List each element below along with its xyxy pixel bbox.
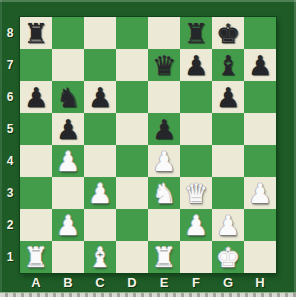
square-f7[interactable]: ♟ — [180, 49, 212, 81]
piece-black-bishop: ♝ — [212, 49, 244, 81]
square-g5[interactable] — [212, 113, 244, 145]
square-g3[interactable] — [212, 177, 244, 209]
square-a2[interactable] — [20, 209, 52, 241]
square-c5[interactable] — [84, 113, 116, 145]
piece-black-pawn: ♟ — [20, 81, 52, 113]
bottom-border-strip — [0, 292, 296, 297]
file-label-B: B — [52, 273, 84, 293]
rank-label-3: 3 — [0, 177, 20, 209]
file-label-F: F — [180, 273, 212, 293]
square-h2[interactable] — [244, 209, 276, 241]
square-g6[interactable]: ♟ — [212, 81, 244, 113]
square-g1[interactable]: ♚ — [212, 241, 244, 273]
square-a8[interactable]: ♜ — [20, 17, 52, 49]
square-f6[interactable] — [180, 81, 212, 113]
file-label-A: A — [20, 273, 52, 293]
file-label-G: G — [212, 273, 244, 293]
file-label-D: D — [116, 273, 148, 293]
square-e7[interactable]: ♛ — [148, 49, 180, 81]
square-c7[interactable] — [84, 49, 116, 81]
square-h8[interactable] — [244, 17, 276, 49]
board-frame: 87654321 ♜♜♚♛♟♝♟♟♞♟♟♟♟♟♟♟♞♛♟♟♟♟♜♝♜♚ ABCD… — [0, 0, 296, 297]
square-a1[interactable]: ♜ — [20, 241, 52, 273]
rank-label-4: 4 — [0, 145, 20, 177]
square-f4[interactable] — [180, 145, 212, 177]
square-f2[interactable]: ♟ — [180, 209, 212, 241]
file-label-E: E — [148, 273, 180, 293]
square-e1[interactable]: ♜ — [148, 241, 180, 273]
square-f5[interactable] — [180, 113, 212, 145]
file-labels: ABCDEFGH — [20, 273, 276, 293]
rank-label-2: 2 — [0, 209, 20, 241]
square-e4[interactable]: ♟ — [148, 145, 180, 177]
square-f3[interactable]: ♛ — [180, 177, 212, 209]
piece-white-pawn: ♟ — [180, 209, 212, 241]
square-c8[interactable] — [84, 17, 116, 49]
piece-white-knight: ♞ — [148, 177, 180, 209]
piece-black-pawn: ♟ — [244, 49, 276, 81]
square-h7[interactable]: ♟ — [244, 49, 276, 81]
file-label-H: H — [244, 273, 276, 293]
piece-white-pawn: ♟ — [52, 209, 84, 241]
square-e5[interactable]: ♟ — [148, 113, 180, 145]
square-d4[interactable] — [116, 145, 148, 177]
square-d1[interactable] — [116, 241, 148, 273]
square-a4[interactable] — [20, 145, 52, 177]
square-d8[interactable] — [116, 17, 148, 49]
square-a5[interactable] — [20, 113, 52, 145]
piece-black-pawn: ♟ — [148, 113, 180, 145]
square-e3[interactable]: ♞ — [148, 177, 180, 209]
square-h5[interactable] — [244, 113, 276, 145]
square-g8[interactable]: ♚ — [212, 17, 244, 49]
square-g2[interactable]: ♟ — [212, 209, 244, 241]
square-a6[interactable]: ♟ — [20, 81, 52, 113]
piece-white-queen: ♛ — [180, 177, 212, 209]
piece-white-pawn: ♟ — [212, 209, 244, 241]
rank-label-1: 1 — [0, 241, 20, 273]
piece-white-rook: ♜ — [148, 241, 180, 273]
square-h3[interactable]: ♟ — [244, 177, 276, 209]
square-h6[interactable] — [244, 81, 276, 113]
square-h1[interactable] — [244, 241, 276, 273]
square-c3[interactable]: ♟ — [84, 177, 116, 209]
piece-black-knight: ♞ — [52, 81, 84, 113]
square-d7[interactable] — [116, 49, 148, 81]
square-c6[interactable]: ♟ — [84, 81, 116, 113]
square-b4[interactable]: ♟ — [52, 145, 84, 177]
piece-black-queen: ♛ — [148, 49, 180, 81]
rank-labels: 87654321 — [0, 17, 20, 273]
chess-board: ♜♜♚♛♟♝♟♟♞♟♟♟♟♟♟♟♞♛♟♟♟♟♜♝♜♚ — [20, 17, 276, 273]
piece-black-rook: ♜ — [20, 17, 52, 49]
square-h4[interactable] — [244, 145, 276, 177]
piece-white-pawn: ♟ — [84, 177, 116, 209]
piece-black-pawn: ♟ — [212, 81, 244, 113]
rank-label-5: 5 — [0, 113, 20, 145]
piece-black-pawn: ♟ — [84, 81, 116, 113]
square-f1[interactable] — [180, 241, 212, 273]
square-a7[interactable] — [20, 49, 52, 81]
square-c4[interactable] — [84, 145, 116, 177]
square-f8[interactable]: ♜ — [180, 17, 212, 49]
square-d5[interactable] — [116, 113, 148, 145]
piece-black-pawn: ♟ — [52, 113, 84, 145]
square-b5[interactable]: ♟ — [52, 113, 84, 145]
square-g4[interactable] — [212, 145, 244, 177]
square-e6[interactable] — [148, 81, 180, 113]
square-g7[interactable]: ♝ — [212, 49, 244, 81]
square-b2[interactable]: ♟ — [52, 209, 84, 241]
rank-label-7: 7 — [0, 49, 20, 81]
file-label-C: C — [84, 273, 116, 293]
square-c2[interactable] — [84, 209, 116, 241]
square-b6[interactable]: ♞ — [52, 81, 84, 113]
piece-black-king: ♚ — [212, 17, 244, 49]
rank-label-6: 6 — [0, 81, 20, 113]
square-e8[interactable] — [148, 17, 180, 49]
square-b1[interactable] — [52, 241, 84, 273]
square-d3[interactable] — [116, 177, 148, 209]
square-a3[interactable] — [20, 177, 52, 209]
piece-black-pawn: ♟ — [180, 49, 212, 81]
piece-white-pawn: ♟ — [52, 145, 84, 177]
piece-white-king: ♚ — [212, 241, 244, 273]
rank-label-8: 8 — [0, 17, 20, 49]
square-b8[interactable] — [52, 17, 84, 49]
piece-black-rook: ♜ — [180, 17, 212, 49]
piece-white-pawn: ♟ — [244, 177, 276, 209]
square-d6[interactable] — [116, 81, 148, 113]
piece-white-pawn: ♟ — [148, 145, 180, 177]
square-d2[interactable] — [116, 209, 148, 241]
square-b3[interactable] — [52, 177, 84, 209]
square-e2[interactable] — [148, 209, 180, 241]
piece-white-rook: ♜ — [20, 241, 52, 273]
square-c1[interactable]: ♝ — [84, 241, 116, 273]
square-b7[interactable] — [52, 49, 84, 81]
piece-white-bishop: ♝ — [84, 241, 116, 273]
